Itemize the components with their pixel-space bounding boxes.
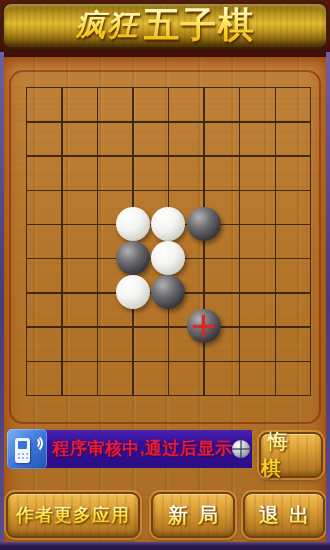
new-game-label: 新局 — [158, 502, 228, 529]
header: 疯狂 五子棋 — [0, 0, 330, 57]
app-screen: 疯狂 五子棋 程序审核中,通过后显示 悔棋 作者更多应用 新局 — [0, 0, 330, 550]
app-title: 五子棋 — [144, 1, 255, 50]
globe-icon — [232, 440, 250, 458]
exit-button[interactable]: 退出 — [243, 492, 325, 538]
title-bar: 疯狂 五子棋 — [2, 2, 328, 49]
ad-banner-text: 程序审核中,通过后显示 — [52, 430, 232, 468]
undo-move-button[interactable]: 悔棋 — [259, 432, 323, 478]
more-apps-button[interactable]: 作者更多应用 — [6, 492, 140, 538]
board-grid[interactable] — [26, 87, 311, 396]
exit-label: 退出 — [249, 502, 319, 529]
screen-edge-bottom — [0, 542, 330, 550]
app-title-calligraphy: 疯狂 — [76, 5, 140, 46]
screen-edge-right — [326, 52, 330, 550]
signal-wave-icon — [24, 434, 43, 453]
undo-move-label: 悔棋 — [261, 428, 321, 482]
new-game-button[interactable]: 新局 — [151, 492, 235, 538]
board-area: 程序审核中,通过后显示 悔棋 作者更多应用 新局 退出 — [0, 57, 330, 550]
phone-signal-icon — [7, 429, 47, 469]
screen-edge-left — [0, 52, 4, 550]
more-apps-label: 作者更多应用 — [16, 503, 130, 527]
